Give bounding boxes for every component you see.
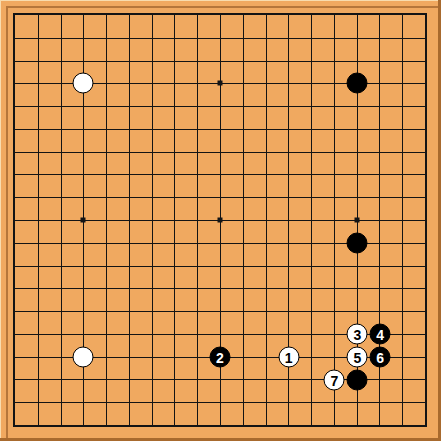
hoshi-dot — [80, 218, 85, 223]
goban-diagram: 1234567 — [0, 0, 441, 441]
hoshi-dot — [218, 80, 223, 85]
stone-black-move-6: 6 — [370, 347, 391, 368]
stone-black — [347, 232, 368, 253]
move-number: 5 — [353, 350, 361, 364]
hoshi-dot — [355, 218, 360, 223]
go-board-overlay: 1234567 — [0, 0, 441, 441]
stone-white — [72, 347, 93, 368]
move-number: 1 — [285, 350, 293, 364]
move-number: 2 — [216, 350, 224, 364]
stone-black — [347, 370, 368, 391]
hoshi-dot — [218, 218, 223, 223]
stone-black — [347, 72, 368, 93]
stone-white-move-7: 7 — [324, 370, 345, 391]
stone-white-move-3: 3 — [347, 324, 368, 345]
move-number: 7 — [331, 373, 339, 387]
stone-white-move-1: 1 — [278, 347, 299, 368]
stone-white-move-5: 5 — [347, 347, 368, 368]
stone-white — [72, 72, 93, 93]
stone-black-move-2: 2 — [210, 347, 231, 368]
move-number: 3 — [353, 327, 361, 341]
move-number: 6 — [376, 350, 384, 364]
move-number: 4 — [376, 327, 384, 341]
stone-black-move-4: 4 — [370, 324, 391, 345]
